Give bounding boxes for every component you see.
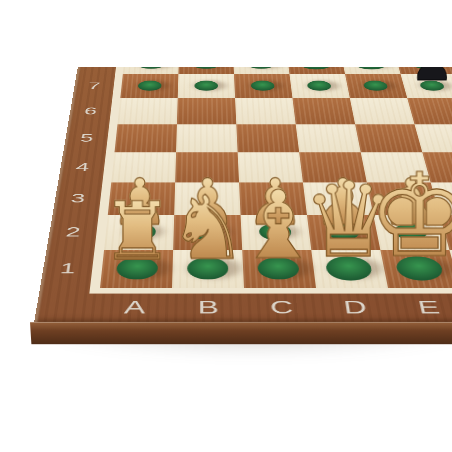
square-d6[interactable] <box>292 98 355 124</box>
rank-label-7: 7 <box>74 81 115 90</box>
rank-label-2: 2 <box>48 225 97 239</box>
square-b6[interactable] <box>177 98 236 124</box>
board-front-edge <box>30 322 452 344</box>
white-king-glyph: ♚ <box>368 158 452 274</box>
rank-label-6: 6 <box>69 106 111 116</box>
square-b5[interactable] <box>176 124 238 152</box>
perspective-scene: 12345678ABCDEFGH♜♞♝♛♚♝♞♜♟♟♟♟♟♟♟♟♟♟♟♟♟♟♟♟… <box>0 0 452 452</box>
file-label-e: E <box>389 294 452 323</box>
square-a6[interactable] <box>117 98 177 124</box>
square-d5[interactable] <box>296 124 361 152</box>
square-e6[interactable] <box>350 98 415 124</box>
chess-board: 12345678ABCDEFGH♜♞♝♛♚♝♞♜♟♟♟♟♟♟♟♟♟♟♟♟♟♟♟♟… <box>34 33 452 322</box>
rank-label-4: 4 <box>60 161 105 173</box>
square-c5[interactable] <box>236 124 299 152</box>
square-c6[interactable] <box>235 98 296 124</box>
white-rook-glyph: ♜ <box>101 191 173 271</box>
square-a5[interactable] <box>114 124 176 152</box>
file-label-b: B <box>171 294 246 323</box>
square-f6[interactable] <box>407 98 452 124</box>
rank-label-1: 1 <box>42 261 93 276</box>
rank-label-5: 5 <box>65 133 109 144</box>
white-bishop-glyph: ♝ <box>448 178 452 272</box>
file-label-c: C <box>244 294 320 323</box>
file-label-d: D <box>317 294 395 323</box>
background-crop <box>0 0 452 67</box>
board-photo: 12345678ABCDEFGH♜♞♝♛♚♝♞♜♟♟♟♟♟♟♟♟♟♟♟♟♟♟♟♟… <box>0 0 452 452</box>
file-label-a: A <box>96 294 171 323</box>
rank-label-3: 3 <box>54 192 101 205</box>
